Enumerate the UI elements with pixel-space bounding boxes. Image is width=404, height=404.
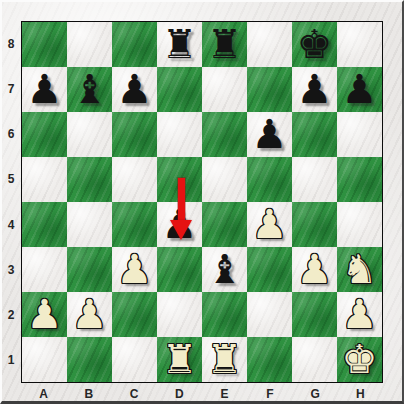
rank-label-6: 6	[2, 112, 20, 157]
square-g7[interactable]: ♟	[292, 67, 337, 112]
square-c5[interactable]	[112, 157, 157, 202]
square-g5[interactable]	[292, 157, 337, 202]
chess-board: ♜♜♚♟♝♟♟♟♟♟♟♟♝♟♞♟♟♟♜♜♚	[21, 21, 383, 383]
square-b6[interactable]	[67, 112, 112, 157]
square-a3[interactable]	[22, 247, 67, 292]
square-h2[interactable]: ♟	[337, 292, 382, 337]
square-c6[interactable]	[112, 112, 157, 157]
square-e5[interactable]	[202, 157, 247, 202]
file-label-d: D	[157, 387, 202, 403]
square-h7[interactable]: ♟	[337, 67, 382, 112]
square-f4[interactable]: ♟	[247, 202, 292, 247]
rank-label-8: 8	[2, 21, 20, 66]
square-c3[interactable]: ♟	[112, 247, 157, 292]
square-d8[interactable]: ♜	[157, 22, 202, 67]
piece-black-pawn-c7[interactable]: ♟	[117, 69, 153, 109]
square-d6[interactable]	[157, 112, 202, 157]
piece-white-rook-e1[interactable]: ♜	[207, 339, 243, 379]
square-a6[interactable]	[22, 112, 67, 157]
piece-white-pawn-c3[interactable]: ♟	[117, 249, 153, 289]
file-label-e: E	[202, 387, 247, 403]
chessboard-panel: ♜♜♚♟♝♟♟♟♟♟♟♟♝♟♞♟♟♟♜♜♚ 87654321 ABCDEFGH	[0, 0, 404, 404]
square-g1[interactable]	[292, 337, 337, 382]
square-h6[interactable]	[337, 112, 382, 157]
rank-label-7: 7	[2, 66, 20, 111]
file-label-h: H	[338, 387, 383, 403]
piece-white-pawn-h2[interactable]: ♟	[342, 294, 378, 334]
square-f2[interactable]	[247, 292, 292, 337]
file-label-a: A	[21, 387, 66, 403]
square-a5[interactable]	[22, 157, 67, 202]
square-d2[interactable]	[157, 292, 202, 337]
piece-black-pawn-h7[interactable]: ♟	[342, 69, 378, 109]
square-c8[interactable]	[112, 22, 157, 67]
piece-black-pawn-a7[interactable]: ♟	[27, 69, 63, 109]
square-e3[interactable]: ♝	[202, 247, 247, 292]
square-g2[interactable]	[292, 292, 337, 337]
square-g3[interactable]: ♟	[292, 247, 337, 292]
square-h3[interactable]: ♞	[337, 247, 382, 292]
square-d5[interactable]	[157, 157, 202, 202]
square-a4[interactable]	[22, 202, 67, 247]
square-h4[interactable]	[337, 202, 382, 247]
square-c7[interactable]: ♟	[112, 67, 157, 112]
piece-black-bishop-b7[interactable]: ♝	[72, 69, 108, 109]
square-b8[interactable]	[67, 22, 112, 67]
rank-label-5: 5	[2, 157, 20, 202]
square-b4[interactable]	[67, 202, 112, 247]
file-label-g: G	[293, 387, 338, 403]
square-c2[interactable]	[112, 292, 157, 337]
square-d3[interactable]	[157, 247, 202, 292]
square-h1[interactable]: ♚	[337, 337, 382, 382]
square-e1[interactable]: ♜	[202, 337, 247, 382]
file-label-f: F	[247, 387, 292, 403]
piece-white-pawn-f4[interactable]: ♟	[252, 204, 288, 244]
file-label-b: B	[66, 387, 111, 403]
rank-label-1: 1	[2, 338, 20, 383]
square-a7[interactable]: ♟	[22, 67, 67, 112]
square-d1[interactable]: ♜	[157, 337, 202, 382]
square-h8[interactable]	[337, 22, 382, 67]
piece-white-pawn-a2[interactable]: ♟	[27, 294, 63, 334]
piece-black-bishop-e3[interactable]: ♝	[207, 249, 243, 289]
square-b5[interactable]	[67, 157, 112, 202]
square-e2[interactable]	[202, 292, 247, 337]
file-label-c: C	[112, 387, 157, 403]
file-labels: ABCDEFGH	[21, 387, 383, 403]
piece-black-pawn-f6[interactable]: ♟	[252, 114, 288, 154]
piece-white-knight-h3[interactable]: ♞	[342, 249, 378, 289]
square-a8[interactable]	[22, 22, 67, 67]
square-h5[interactable]	[337, 157, 382, 202]
square-f1[interactable]	[247, 337, 292, 382]
square-f7[interactable]	[247, 67, 292, 112]
piece-black-king-g8[interactable]: ♚	[297, 24, 333, 64]
square-a1[interactable]	[22, 337, 67, 382]
piece-white-pawn-b2[interactable]: ♟	[72, 294, 108, 334]
square-d4[interactable]: ♟	[157, 202, 202, 247]
piece-black-rook-e8[interactable]: ♜	[207, 24, 243, 64]
square-e6[interactable]	[202, 112, 247, 157]
square-e4[interactable]	[202, 202, 247, 247]
piece-white-pawn-g3[interactable]: ♟	[297, 249, 333, 289]
square-e7[interactable]	[202, 67, 247, 112]
rank-label-4: 4	[2, 202, 20, 247]
square-g4[interactable]	[292, 202, 337, 247]
piece-white-king-h1[interactable]: ♚	[342, 339, 378, 379]
square-a2[interactable]: ♟	[22, 292, 67, 337]
square-g6[interactable]	[292, 112, 337, 157]
square-c1[interactable]	[112, 337, 157, 382]
piece-white-rook-d1[interactable]: ♜	[162, 339, 198, 379]
square-b7[interactable]: ♝	[67, 67, 112, 112]
piece-black-rook-d8[interactable]: ♜	[162, 24, 198, 64]
rank-labels: 87654321	[2, 21, 20, 383]
square-f6[interactable]: ♟	[247, 112, 292, 157]
rank-label-3: 3	[2, 247, 20, 292]
square-f3[interactable]	[247, 247, 292, 292]
square-f5[interactable]	[247, 157, 292, 202]
square-b2[interactable]: ♟	[67, 292, 112, 337]
square-b1[interactable]	[67, 337, 112, 382]
rank-label-2: 2	[2, 293, 20, 338]
square-f8[interactable]	[247, 22, 292, 67]
square-d7[interactable]	[157, 67, 202, 112]
square-e8[interactable]: ♜	[202, 22, 247, 67]
piece-black-pawn-d4[interactable]: ♟	[162, 204, 198, 244]
square-b3[interactable]	[67, 247, 112, 292]
square-c4[interactable]	[112, 202, 157, 247]
piece-black-pawn-g7[interactable]: ♟	[297, 69, 333, 109]
square-g8[interactable]: ♚	[292, 22, 337, 67]
